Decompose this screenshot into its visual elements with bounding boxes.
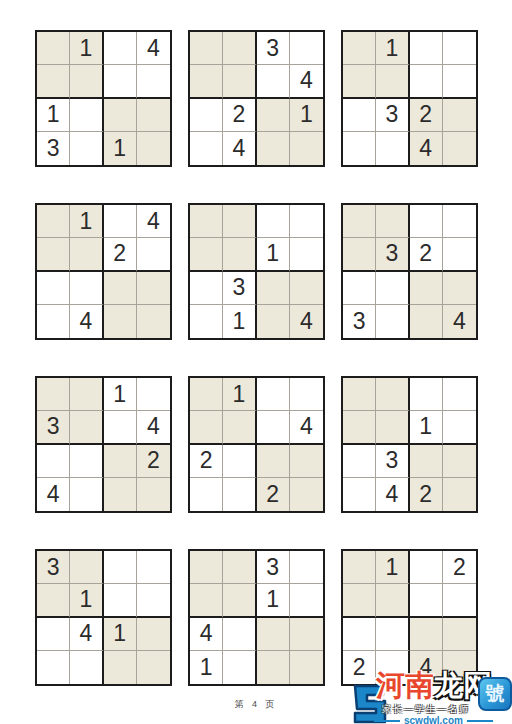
cell-r1c3 (410, 205, 443, 238)
cell-r2c4: 4 (290, 65, 323, 98)
cell-r4c4: 4 (443, 305, 476, 338)
watermark: 河南龙网 號 家长—学生—名师 scwdwl.com (352, 672, 512, 724)
cell-r3c2 (223, 445, 256, 478)
cell-r4c2: 4 (376, 478, 409, 511)
cell-r1c4 (290, 551, 323, 584)
cell-r3c1 (190, 272, 223, 305)
cell-r4c3 (104, 651, 137, 684)
cell-r2c3: 1 (257, 238, 290, 271)
sudoku-board-7: 13424 (35, 376, 172, 513)
cell-r4c2 (70, 651, 103, 684)
cell-r3c1 (343, 99, 376, 132)
cell-r3c4 (137, 272, 170, 305)
cell-r1c2 (376, 378, 409, 411)
cell-r4c3 (257, 651, 290, 684)
cell-r2c2 (223, 238, 256, 271)
cell-r2c4 (443, 65, 476, 98)
cell-r3c3 (257, 272, 290, 305)
cell-r3c2 (70, 445, 103, 478)
cell-r3c1: 4 (190, 618, 223, 651)
cell-r2c1 (343, 65, 376, 98)
cell-r3c3 (257, 618, 290, 651)
cell-r4c4 (137, 651, 170, 684)
cell-r3c2 (376, 272, 409, 305)
cell-r3c3 (257, 99, 290, 132)
cell-r1c4 (443, 378, 476, 411)
sudoku-board-3: 1324 (341, 30, 478, 167)
cell-r4c4: 4 (290, 305, 323, 338)
cell-r4c1: 4 (37, 478, 70, 511)
cell-r3c1 (343, 445, 376, 478)
cell-r4c2: 4 (70, 305, 103, 338)
sudoku-board-2: 34214 (188, 30, 325, 167)
cell-r1c4: 4 (137, 205, 170, 238)
cell-r2c3 (410, 65, 443, 98)
cell-r2c3: 2 (410, 238, 443, 271)
cell-r3c3 (410, 445, 443, 478)
cell-r1c4 (290, 32, 323, 65)
cell-r2c2 (70, 411, 103, 444)
cell-r4c3: 2 (257, 478, 290, 511)
cell-r2c4: 4 (290, 411, 323, 444)
cell-r4c3 (104, 478, 137, 511)
cell-r3c1 (190, 99, 223, 132)
cell-r2c1 (343, 411, 376, 444)
cell-r1c1 (37, 378, 70, 411)
cell-r4c1 (37, 651, 70, 684)
cell-r3c3 (104, 445, 137, 478)
dash-left (374, 720, 400, 722)
cell-r4c4 (137, 478, 170, 511)
cell-r1c4 (290, 378, 323, 411)
cell-r1c3: 1 (104, 378, 137, 411)
cell-r2c1 (190, 584, 223, 617)
cell-r1c2 (223, 205, 256, 238)
cell-r1c1 (343, 32, 376, 65)
cell-r4c1: 3 (343, 305, 376, 338)
cell-r2c1 (37, 238, 70, 271)
cell-r1c3 (410, 32, 443, 65)
cell-r2c1 (343, 584, 376, 617)
cell-r2c4 (443, 584, 476, 617)
cell-r3c2: 2 (223, 99, 256, 132)
cell-r4c1 (343, 132, 376, 165)
cell-r3c2: 3 (223, 272, 256, 305)
cell-r4c3: 1 (104, 132, 137, 165)
cell-r4c2 (223, 651, 256, 684)
cell-r2c1 (190, 411, 223, 444)
cell-r2c1 (37, 584, 70, 617)
cell-r4c2 (70, 478, 103, 511)
cell-r1c1 (190, 32, 223, 65)
cell-r2c4 (443, 411, 476, 444)
cell-r3c4 (290, 272, 323, 305)
cell-r1c1 (37, 32, 70, 65)
worksheet-page: 1413134214132414241314323413424142213423… (0, 0, 512, 724)
cell-r4c1 (343, 478, 376, 511)
cell-r3c3 (104, 99, 137, 132)
cell-r1c4 (137, 551, 170, 584)
puzzle-grid: 1413134214132414241314323413424142213423… (35, 30, 478, 686)
cell-r2c4 (290, 584, 323, 617)
cell-r4c1: 1 (190, 651, 223, 684)
site-url-row: scwdwl.com (374, 715, 493, 724)
seal-badge-icon: 號 (478, 677, 512, 711)
cell-r3c4 (137, 99, 170, 132)
cell-r3c1: 1 (37, 99, 70, 132)
cell-r1c2 (223, 32, 256, 65)
cell-r2c2 (223, 65, 256, 98)
cell-r3c2: 3 (376, 99, 409, 132)
cell-r3c1 (343, 618, 376, 651)
cell-r3c3 (410, 618, 443, 651)
cell-r2c1 (190, 238, 223, 271)
cell-r1c4: 2 (443, 551, 476, 584)
cell-r2c2: 1 (70, 584, 103, 617)
cell-r2c4 (137, 238, 170, 271)
cell-r1c3 (257, 378, 290, 411)
sudoku-board-4: 1424 (35, 203, 172, 340)
cell-r4c3 (257, 132, 290, 165)
site-name: 河南龙网 (376, 671, 492, 700)
cell-r1c1: 3 (37, 551, 70, 584)
cell-r1c4 (290, 205, 323, 238)
cell-r1c4: 4 (137, 32, 170, 65)
cell-r3c3 (104, 272, 137, 305)
cell-r4c4 (290, 132, 323, 165)
cell-r1c1 (343, 378, 376, 411)
cell-r1c2: 1 (223, 378, 256, 411)
cell-r3c1 (37, 272, 70, 305)
cell-r3c3 (257, 445, 290, 478)
cell-r2c3 (410, 584, 443, 617)
cell-r2c2 (223, 584, 256, 617)
cell-r3c1 (343, 272, 376, 305)
cell-r4c3 (257, 305, 290, 338)
cell-r4c2 (376, 305, 409, 338)
cell-r3c4 (443, 99, 476, 132)
site-url[interactable]: scwdwl.com (404, 715, 463, 724)
cell-r1c1 (190, 551, 223, 584)
cell-r2c3: 2 (104, 238, 137, 271)
cell-r3c2: 3 (376, 445, 409, 478)
cell-r3c2 (70, 272, 103, 305)
cell-r4c4 (290, 651, 323, 684)
cell-r4c3: 2 (410, 478, 443, 511)
cell-r4c4 (443, 132, 476, 165)
sudoku-board-11: 3141 (188, 549, 325, 686)
cell-r2c4 (443, 238, 476, 271)
cell-r1c1 (343, 205, 376, 238)
sudoku-board-12: 1224 (341, 549, 478, 686)
cell-r3c4: 1 (290, 99, 323, 132)
cell-r1c1 (190, 205, 223, 238)
cell-r1c3: 3 (257, 32, 290, 65)
cell-r1c1 (190, 378, 223, 411)
cell-r4c2: 1 (223, 305, 256, 338)
cell-r1c3 (104, 551, 137, 584)
cell-r1c2: 1 (70, 205, 103, 238)
cell-r1c4 (443, 32, 476, 65)
cell-r4c3 (104, 305, 137, 338)
cell-r2c4 (290, 238, 323, 271)
cell-r4c3: 4 (410, 132, 443, 165)
cell-r2c2 (376, 584, 409, 617)
cell-r3c4 (290, 445, 323, 478)
cell-r1c2 (376, 205, 409, 238)
cell-r2c2 (376, 411, 409, 444)
cell-r2c3 (257, 411, 290, 444)
cell-r4c1 (190, 478, 223, 511)
cell-r1c1 (343, 551, 376, 584)
cell-r1c3 (104, 32, 137, 65)
cell-r1c1 (37, 205, 70, 238)
cell-r3c2 (223, 618, 256, 651)
cell-r1c2: 1 (376, 32, 409, 65)
cell-r2c3: 1 (410, 411, 443, 444)
cell-r4c1 (190, 132, 223, 165)
cell-r2c2 (70, 238, 103, 271)
cell-r3c4 (290, 618, 323, 651)
dash-right (467, 720, 493, 722)
cell-r2c3 (104, 411, 137, 444)
cell-r4c4 (443, 478, 476, 511)
cell-r2c4 (137, 584, 170, 617)
cell-r2c1 (37, 65, 70, 98)
cell-r3c4: 2 (137, 445, 170, 478)
cell-r1c3 (410, 378, 443, 411)
cell-r4c2: 4 (223, 132, 256, 165)
cell-r3c4 (443, 618, 476, 651)
cell-r1c2 (223, 551, 256, 584)
cell-r1c2: 1 (376, 551, 409, 584)
cell-r3c4 (443, 272, 476, 305)
cell-r3c1 (37, 618, 70, 651)
cell-r3c3 (410, 272, 443, 305)
sudoku-board-10: 3141 (35, 549, 172, 686)
sudoku-board-8: 1422 (188, 376, 325, 513)
cell-r1c3: 3 (257, 551, 290, 584)
cell-r2c3 (104, 65, 137, 98)
cell-r2c2: 3 (376, 238, 409, 271)
cell-r4c1: 3 (37, 132, 70, 165)
cell-r1c4 (443, 205, 476, 238)
site-name-primary: 河南 (376, 668, 434, 702)
cell-r1c2: 1 (70, 32, 103, 65)
cell-r2c2 (376, 65, 409, 98)
cell-r3c1 (37, 445, 70, 478)
cell-r2c1 (190, 65, 223, 98)
cell-r2c3: 1 (257, 584, 290, 617)
cell-r2c4 (137, 65, 170, 98)
sudoku-board-6: 3234 (341, 203, 478, 340)
cell-r4c2 (70, 132, 103, 165)
cell-r3c3: 1 (104, 618, 137, 651)
cell-r2c1: 3 (37, 411, 70, 444)
cell-r2c4: 4 (137, 411, 170, 444)
sudoku-board-5: 1314 (188, 203, 325, 340)
sudoku-board-1: 14131 (35, 30, 172, 167)
cell-r3c2: 4 (70, 618, 103, 651)
cell-r4c2 (376, 132, 409, 165)
cell-r1c4 (137, 378, 170, 411)
cell-r3c1: 2 (190, 445, 223, 478)
cell-r3c2 (376, 618, 409, 651)
cell-r2c2 (70, 65, 103, 98)
cell-r1c3 (257, 205, 290, 238)
cell-r2c3 (104, 584, 137, 617)
cell-r4c1 (37, 305, 70, 338)
cell-r1c3 (104, 205, 137, 238)
cell-r4c4 (290, 478, 323, 511)
cell-r1c2 (70, 378, 103, 411)
cell-r4c3 (410, 305, 443, 338)
cell-r4c1 (190, 305, 223, 338)
cell-r3c3: 2 (410, 99, 443, 132)
cell-r1c2 (70, 551, 103, 584)
cell-r2c3 (257, 65, 290, 98)
cell-r4c2 (223, 478, 256, 511)
cell-r3c2 (70, 99, 103, 132)
cell-r3c4 (443, 445, 476, 478)
cell-r4c4 (137, 305, 170, 338)
cell-r2c1 (343, 238, 376, 271)
cell-r3c4 (137, 618, 170, 651)
cell-r4c4 (137, 132, 170, 165)
cell-r1c3 (410, 551, 443, 584)
sudoku-board-9: 1342 (341, 376, 478, 513)
cell-r2c2 (223, 411, 256, 444)
